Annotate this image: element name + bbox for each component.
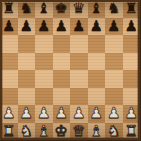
square-g7[interactable]: ♟ bbox=[105, 18, 123, 36]
black-bishop[interactable]: ♝ bbox=[37, 1, 50, 16]
white-pawn[interactable]: ♟ bbox=[107, 106, 120, 121]
white-pawn[interactable]: ♟ bbox=[2, 106, 15, 121]
square-c8[interactable]: ♝ bbox=[35, 0, 53, 18]
black-pawn[interactable]: ♟ bbox=[107, 18, 120, 33]
white-queen[interactable]: ♛ bbox=[72, 123, 85, 138]
square-a5[interactable] bbox=[0, 53, 18, 71]
square-d6[interactable] bbox=[53, 35, 71, 53]
white-rook[interactable]: ♜ bbox=[125, 123, 138, 138]
square-c6[interactable] bbox=[35, 35, 53, 53]
square-a2[interactable]: ♟ bbox=[0, 105, 18, 123]
black-rook[interactable]: ♜ bbox=[2, 1, 15, 16]
square-g1[interactable]: ♞ bbox=[105, 123, 123, 141]
black-pawn[interactable]: ♟ bbox=[37, 18, 50, 33]
square-c2[interactable]: ♟ bbox=[35, 105, 53, 123]
square-b1[interactable]: ♞ bbox=[18, 123, 36, 141]
white-pawn[interactable]: ♟ bbox=[90, 106, 103, 121]
black-king[interactable]: ♚ bbox=[55, 1, 68, 16]
square-f2[interactable]: ♟ bbox=[88, 105, 106, 123]
black-knight[interactable]: ♞ bbox=[20, 1, 33, 16]
square-a6[interactable] bbox=[0, 35, 18, 53]
square-c7[interactable]: ♟ bbox=[35, 18, 53, 36]
square-b6[interactable] bbox=[18, 35, 36, 53]
square-e6[interactable] bbox=[70, 35, 88, 53]
square-h4[interactable] bbox=[123, 70, 141, 88]
square-h2[interactable]: ♟ bbox=[123, 105, 141, 123]
square-f8[interactable]: ♝ bbox=[88, 0, 106, 18]
white-pawn[interactable]: ♟ bbox=[72, 106, 85, 121]
square-f3[interactable] bbox=[88, 88, 106, 106]
white-knight[interactable]: ♞ bbox=[20, 123, 33, 138]
square-h6[interactable] bbox=[123, 35, 141, 53]
square-a4[interactable] bbox=[0, 70, 18, 88]
square-a1[interactable]: ♜ bbox=[0, 123, 18, 141]
square-d3[interactable] bbox=[53, 88, 71, 106]
square-d7[interactable]: ♟ bbox=[53, 18, 71, 36]
square-f6[interactable] bbox=[88, 35, 106, 53]
square-b5[interactable] bbox=[18, 53, 36, 71]
square-e3[interactable] bbox=[70, 88, 88, 106]
square-g3[interactable] bbox=[105, 88, 123, 106]
square-g5[interactable] bbox=[105, 53, 123, 71]
square-d5[interactable] bbox=[53, 53, 71, 71]
square-b8[interactable]: ♞ bbox=[18, 0, 36, 18]
white-bishop[interactable]: ♝ bbox=[90, 123, 103, 138]
chess-board: ♜♞♝♚♛♝♞♜♟♟♟♟♟♟♟♟♟♟♟♟♟♟♟♟♜♞♝♚♛♝♞♜ bbox=[0, 0, 140, 140]
square-g4[interactable] bbox=[105, 70, 123, 88]
square-c1[interactable]: ♝ bbox=[35, 123, 53, 141]
black-pawn[interactable]: ♟ bbox=[90, 18, 103, 33]
white-king[interactable]: ♚ bbox=[55, 123, 68, 138]
square-c3[interactable] bbox=[35, 88, 53, 106]
white-pawn[interactable]: ♟ bbox=[37, 106, 50, 121]
black-knight[interactable]: ♞ bbox=[107, 1, 120, 16]
square-a7[interactable]: ♟ bbox=[0, 18, 18, 36]
square-c4[interactable] bbox=[35, 70, 53, 88]
black-pawn[interactable]: ♟ bbox=[72, 18, 85, 33]
black-pawn[interactable]: ♟ bbox=[125, 18, 138, 33]
square-g6[interactable] bbox=[105, 35, 123, 53]
square-d4[interactable] bbox=[53, 70, 71, 88]
square-b3[interactable] bbox=[18, 88, 36, 106]
square-f7[interactable]: ♟ bbox=[88, 18, 106, 36]
square-e4[interactable] bbox=[70, 70, 88, 88]
square-c5[interactable] bbox=[35, 53, 53, 71]
white-rook[interactable]: ♜ bbox=[2, 123, 15, 138]
square-d8[interactable]: ♚ bbox=[53, 0, 71, 18]
white-pawn[interactable]: ♟ bbox=[20, 106, 33, 121]
black-queen[interactable]: ♛ bbox=[72, 1, 85, 16]
black-rook[interactable]: ♜ bbox=[125, 1, 138, 16]
black-pawn[interactable]: ♟ bbox=[2, 18, 15, 33]
square-e5[interactable] bbox=[70, 53, 88, 71]
square-g8[interactable]: ♞ bbox=[105, 0, 123, 18]
square-e1[interactable]: ♛ bbox=[70, 123, 88, 141]
square-b4[interactable] bbox=[18, 70, 36, 88]
square-e2[interactable]: ♟ bbox=[70, 105, 88, 123]
square-a3[interactable] bbox=[0, 88, 18, 106]
square-f5[interactable] bbox=[88, 53, 106, 71]
square-g2[interactable]: ♟ bbox=[105, 105, 123, 123]
square-e7[interactable]: ♟ bbox=[70, 18, 88, 36]
square-d1[interactable]: ♚ bbox=[53, 123, 71, 141]
square-b2[interactable]: ♟ bbox=[18, 105, 36, 123]
square-h7[interactable]: ♟ bbox=[123, 18, 141, 36]
white-pawn[interactable]: ♟ bbox=[55, 106, 68, 121]
square-e8[interactable]: ♛ bbox=[70, 0, 88, 18]
square-a8[interactable]: ♜ bbox=[0, 0, 18, 18]
square-h8[interactable]: ♜ bbox=[123, 0, 141, 18]
white-bishop[interactable]: ♝ bbox=[37, 123, 50, 138]
white-pawn[interactable]: ♟ bbox=[125, 106, 138, 121]
square-h1[interactable]: ♜ bbox=[123, 123, 141, 141]
black-pawn[interactable]: ♟ bbox=[20, 18, 33, 33]
square-f1[interactable]: ♝ bbox=[88, 123, 106, 141]
black-pawn[interactable]: ♟ bbox=[55, 18, 68, 33]
black-bishop[interactable]: ♝ bbox=[90, 1, 103, 16]
square-h5[interactable] bbox=[123, 53, 141, 71]
square-d2[interactable]: ♟ bbox=[53, 105, 71, 123]
white-knight[interactable]: ♞ bbox=[107, 123, 120, 138]
square-b7[interactable]: ♟ bbox=[18, 18, 36, 36]
square-h3[interactable] bbox=[123, 88, 141, 106]
square-f4[interactable] bbox=[88, 70, 106, 88]
